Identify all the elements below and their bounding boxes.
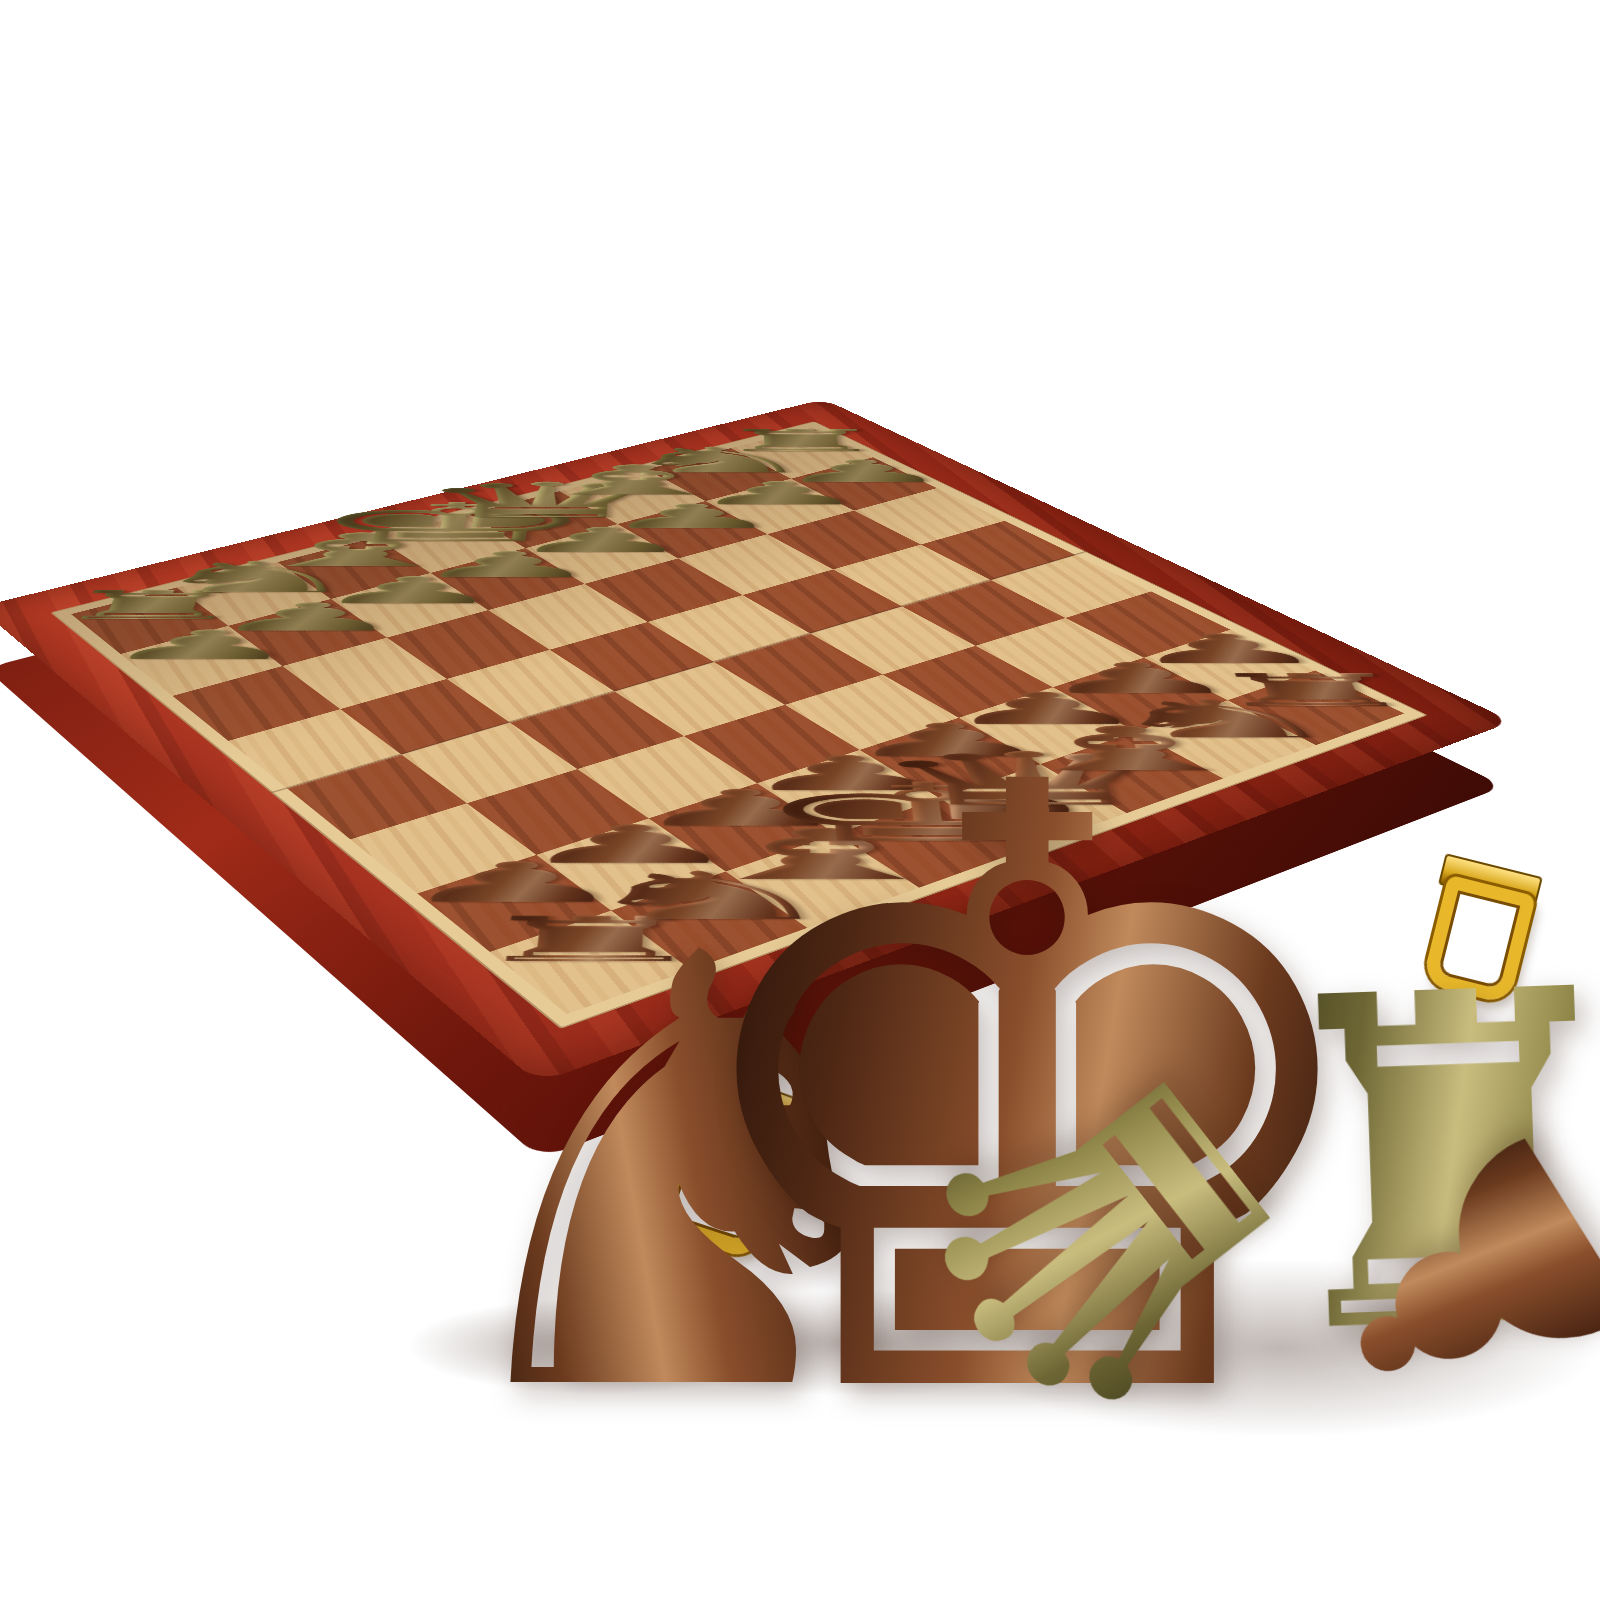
- pawn-glyph-icon: ♟: [92, 625, 312, 665]
- square-3-0: [228, 709, 401, 788]
- square-2-0: [173, 666, 340, 741]
- square-3-1: [340, 679, 510, 755]
- square-4-0: [287, 755, 466, 839]
- square-4-1: [401, 722, 577, 803]
